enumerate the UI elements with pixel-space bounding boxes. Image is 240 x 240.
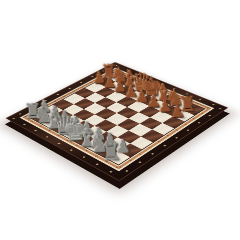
chess-board: ♜♞♝♛♚♝♞♜♟♟♟♟♟♟♟♟♟♟♟♟♟♟♟♟♜♞♝♛♚♝♞♜	[5, 62, 228, 181]
silver-rook-icon: ♜	[90, 139, 131, 163]
product-photo-background: ♜♞♝♛♚♝♞♜♟♟♟♟♟♟♟♟♟♟♟♟♟♟♟♟♜♞♝♛♚♝♞♜	[0, 0, 240, 240]
photo-tilt-wrapper: ♜♞♝♛♚♝♞♜♟♟♟♟♟♟♟♟♟♟♟♟♟♟♟♟♜♞♝♛♚♝♞♜	[0, 0, 240, 240]
copper-pawn-icon: ♟	[159, 103, 196, 121]
board-surface: ♜♞♝♛♚♝♞♜♟♟♟♟♟♟♟♟♟♟♟♟♟♟♟♟♜♞♝♛♚♝♞♜	[5, 62, 228, 181]
